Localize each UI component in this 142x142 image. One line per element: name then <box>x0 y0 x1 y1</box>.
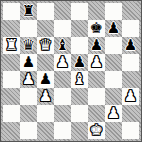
square-d3[interactable] <box>54 88 71 105</box>
square-a5[interactable] <box>3 54 20 71</box>
square-a1[interactable] <box>3 122 20 139</box>
square-g1[interactable] <box>105 122 122 139</box>
black-pawn-icon: ♟ <box>107 20 120 37</box>
square-b5[interactable]: ♟ <box>20 54 37 71</box>
square-e6[interactable] <box>71 37 88 54</box>
square-d8[interactable] <box>54 3 71 20</box>
white-pawn-icon: ♟ <box>56 54 69 71</box>
white-pawn-icon: ♟ <box>39 88 52 105</box>
square-d5[interactable]: ♟ <box>54 54 71 71</box>
square-h5[interactable] <box>122 54 139 71</box>
square-c1[interactable] <box>37 122 54 139</box>
square-b6[interactable]: ♛ <box>20 37 37 54</box>
white-pawn-icon: ♟ <box>107 105 120 122</box>
square-a6[interactable]: ♜ <box>3 37 20 54</box>
square-h8[interactable] <box>122 3 139 20</box>
square-c8[interactable] <box>37 3 54 20</box>
chess-board-frame: ♜♚♟♜♛♛♝♟♟♟♟♟♟♟♟♝♟♟♟♚ <box>0 0 142 142</box>
white-rook-icon: ♜ <box>5 37 18 54</box>
chess-board: ♜♚♟♜♛♛♝♟♟♟♟♟♟♟♟♝♟♟♟♚ <box>3 3 139 139</box>
square-a2[interactable] <box>3 105 20 122</box>
square-g8[interactable] <box>105 3 122 20</box>
black-queen-icon: ♛ <box>22 37 35 54</box>
square-f6[interactable]: ♟ <box>88 37 105 54</box>
square-b8[interactable]: ♜ <box>20 3 37 20</box>
square-f3[interactable] <box>88 88 105 105</box>
black-pawn-icon: ♟ <box>90 37 103 54</box>
square-d1[interactable] <box>54 122 71 139</box>
square-e8[interactable] <box>71 3 88 20</box>
white-pawn-icon: ♟ <box>90 54 103 71</box>
square-a3[interactable] <box>3 88 20 105</box>
square-h7[interactable] <box>122 20 139 37</box>
square-g2[interactable]: ♟ <box>105 105 122 122</box>
square-h4[interactable] <box>122 71 139 88</box>
square-b4[interactable]: ♟ <box>20 71 37 88</box>
square-e7[interactable] <box>71 20 88 37</box>
square-c5[interactable] <box>37 54 54 71</box>
square-b2[interactable] <box>20 105 37 122</box>
square-g6[interactable] <box>105 37 122 54</box>
square-c2[interactable] <box>37 105 54 122</box>
black-king-icon: ♚ <box>90 20 103 37</box>
black-pawn-icon: ♟ <box>39 71 52 88</box>
square-d7[interactable] <box>54 20 71 37</box>
square-e3[interactable] <box>71 88 88 105</box>
square-f8[interactable] <box>88 3 105 20</box>
square-f1[interactable]: ♚ <box>88 122 105 139</box>
square-e5[interactable]: ♟ <box>71 54 88 71</box>
square-c4[interactable]: ♟ <box>37 71 54 88</box>
white-bishop-icon: ♝ <box>73 71 86 88</box>
square-h1[interactable] <box>122 122 139 139</box>
square-h6[interactable]: ♟ <box>122 37 139 54</box>
square-e1[interactable] <box>71 122 88 139</box>
black-rook-icon: ♜ <box>22 3 35 20</box>
black-bishop-icon: ♝ <box>56 37 69 54</box>
square-h3[interactable]: ♟ <box>122 88 139 105</box>
square-b1[interactable] <box>20 122 37 139</box>
square-c6[interactable]: ♛ <box>37 37 54 54</box>
square-b3[interactable] <box>20 88 37 105</box>
square-f5[interactable]: ♟ <box>88 54 105 71</box>
square-g5[interactable] <box>105 54 122 71</box>
black-pawn-icon: ♟ <box>22 54 35 71</box>
square-f2[interactable] <box>88 105 105 122</box>
square-a4[interactable] <box>3 71 20 88</box>
square-a8[interactable] <box>3 3 20 20</box>
square-g4[interactable] <box>105 71 122 88</box>
square-c3[interactable]: ♟ <box>37 88 54 105</box>
square-e4[interactable]: ♝ <box>71 71 88 88</box>
white-pawn-icon: ♟ <box>22 71 35 88</box>
square-d2[interactable] <box>54 105 71 122</box>
square-g3[interactable] <box>105 88 122 105</box>
white-pawn-icon: ♟ <box>124 88 137 105</box>
square-h2[interactable] <box>122 105 139 122</box>
square-b7[interactable] <box>20 20 37 37</box>
square-d6[interactable]: ♝ <box>54 37 71 54</box>
white-queen-icon: ♛ <box>39 37 52 54</box>
square-a7[interactable] <box>3 20 20 37</box>
square-c7[interactable] <box>37 20 54 37</box>
square-f7[interactable]: ♚ <box>88 20 105 37</box>
square-e2[interactable] <box>71 105 88 122</box>
white-king-icon: ♚ <box>90 122 103 139</box>
square-f4[interactable] <box>88 71 105 88</box>
black-pawn-icon: ♟ <box>73 54 86 71</box>
square-g7[interactable]: ♟ <box>105 20 122 37</box>
square-d4[interactable] <box>54 71 71 88</box>
black-pawn-icon: ♟ <box>124 37 137 54</box>
